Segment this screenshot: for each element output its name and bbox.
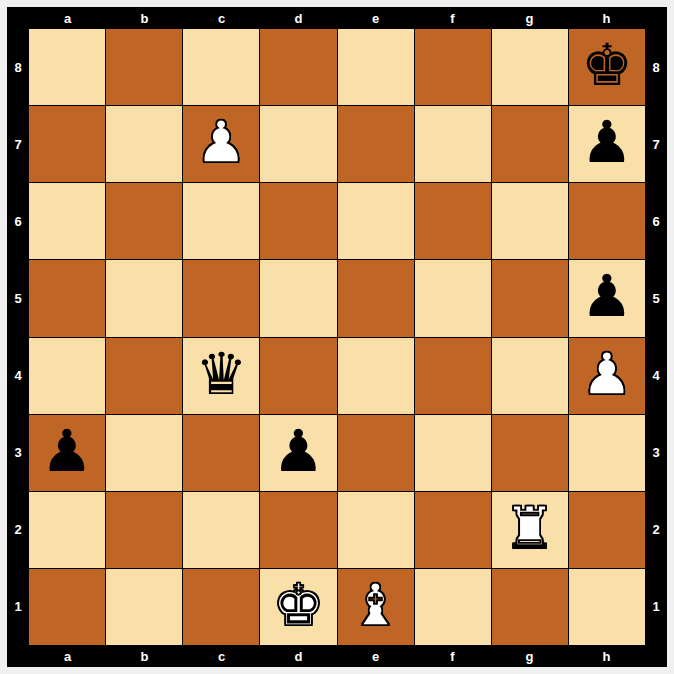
square-c4[interactable]: ♛ — [183, 338, 259, 414]
file-label-bottom-g: g — [491, 645, 568, 667]
file-label-top-b: b — [106, 7, 183, 29]
square-g5[interactable] — [492, 260, 568, 336]
file-label-top-c: c — [183, 7, 260, 29]
rank-labels-right: 87654321 — [645, 29, 667, 645]
square-a6[interactable] — [29, 183, 105, 259]
square-f2[interactable] — [415, 492, 491, 568]
square-e5[interactable] — [338, 260, 414, 336]
square-c6[interactable] — [183, 183, 259, 259]
square-d1[interactable]: ♚ — [260, 569, 336, 645]
file-label-top-h: h — [568, 7, 645, 29]
file-label-bottom-c: c — [183, 645, 260, 667]
square-g2[interactable]: ♜ — [492, 492, 568, 568]
file-label-top-g: g — [491, 7, 568, 29]
square-b2[interactable] — [106, 492, 182, 568]
file-label-top-e: e — [337, 7, 414, 29]
rank-labels-left: 87654321 — [7, 29, 29, 645]
black-king-h8[interactable]: ♚ — [581, 36, 633, 94]
file-label-bottom-a: a — [29, 645, 106, 667]
square-b6[interactable] — [106, 183, 182, 259]
black-pawn-h5[interactable]: ♟ — [581, 267, 633, 325]
square-c2[interactable] — [183, 492, 259, 568]
white-rook-g2[interactable]: ♜ — [504, 499, 556, 557]
square-h4[interactable]: ♟ — [569, 338, 645, 414]
square-h5[interactable]: ♟ — [569, 260, 645, 336]
square-h8[interactable]: ♚ — [569, 29, 645, 105]
square-c5[interactable] — [183, 260, 259, 336]
square-h6[interactable] — [569, 183, 645, 259]
rank-label-left-4: 4 — [7, 337, 29, 414]
rank-label-right-1: 1 — [645, 568, 667, 645]
square-d7[interactable] — [260, 106, 336, 182]
white-king-d1[interactable]: ♚ — [272, 576, 324, 634]
square-g8[interactable] — [492, 29, 568, 105]
square-g1[interactable] — [492, 569, 568, 645]
chess-board-frame: abcdefgh abcdefgh 87654321 87654321 ♚♟♟♟… — [7, 7, 667, 667]
square-d4[interactable] — [260, 338, 336, 414]
square-h2[interactable] — [569, 492, 645, 568]
square-b1[interactable] — [106, 569, 182, 645]
square-c8[interactable] — [183, 29, 259, 105]
file-label-bottom-d: d — [260, 645, 337, 667]
file-label-bottom-e: e — [337, 645, 414, 667]
rank-label-right-6: 6 — [645, 183, 667, 260]
square-f5[interactable] — [415, 260, 491, 336]
square-a1[interactable] — [29, 569, 105, 645]
square-a2[interactable] — [29, 492, 105, 568]
rank-label-left-6: 6 — [7, 183, 29, 260]
square-f6[interactable] — [415, 183, 491, 259]
square-e1[interactable]: ♝ — [338, 569, 414, 645]
file-label-bottom-b: b — [106, 645, 183, 667]
white-pawn-c7[interactable]: ♟ — [195, 113, 247, 171]
rank-label-left-5: 5 — [7, 260, 29, 337]
square-g4[interactable] — [492, 338, 568, 414]
file-label-top-f: f — [414, 7, 491, 29]
square-b8[interactable] — [106, 29, 182, 105]
square-f8[interactable] — [415, 29, 491, 105]
rank-label-left-1: 1 — [7, 568, 29, 645]
square-e6[interactable] — [338, 183, 414, 259]
square-a4[interactable] — [29, 338, 105, 414]
square-e2[interactable] — [338, 492, 414, 568]
square-f4[interactable] — [415, 338, 491, 414]
square-c1[interactable] — [183, 569, 259, 645]
square-f3[interactable] — [415, 415, 491, 491]
file-labels-top: abcdefgh — [29, 7, 645, 29]
rank-label-left-8: 8 — [7, 29, 29, 106]
white-bishop-e1[interactable]: ♝ — [350, 576, 402, 634]
square-e4[interactable] — [338, 338, 414, 414]
rank-label-right-7: 7 — [645, 106, 667, 183]
square-f1[interactable] — [415, 569, 491, 645]
square-f7[interactable] — [415, 106, 491, 182]
square-d3[interactable]: ♟ — [260, 415, 336, 491]
rank-label-right-5: 5 — [645, 260, 667, 337]
square-a5[interactable] — [29, 260, 105, 336]
square-d2[interactable] — [260, 492, 336, 568]
chess-board: ♚♟♟♟♛♟♟♟♜♚♝ — [29, 29, 645, 645]
black-queen-c4[interactable]: ♛ — [195, 345, 247, 403]
square-e7[interactable] — [338, 106, 414, 182]
square-c7[interactable]: ♟ — [183, 106, 259, 182]
square-h3[interactable] — [569, 415, 645, 491]
square-a8[interactable] — [29, 29, 105, 105]
rank-label-left-7: 7 — [7, 106, 29, 183]
rank-label-right-8: 8 — [645, 29, 667, 106]
square-d8[interactable] — [260, 29, 336, 105]
black-pawn-a3[interactable]: ♟ — [41, 422, 93, 480]
file-label-bottom-f: f — [414, 645, 491, 667]
square-e3[interactable] — [338, 415, 414, 491]
file-label-top-a: a — [29, 7, 106, 29]
rank-label-left-2: 2 — [7, 491, 29, 568]
square-c3[interactable] — [183, 415, 259, 491]
square-b3[interactable] — [106, 415, 182, 491]
square-a3[interactable]: ♟ — [29, 415, 105, 491]
square-e8[interactable] — [338, 29, 414, 105]
file-label-top-d: d — [260, 7, 337, 29]
square-g3[interactable] — [492, 415, 568, 491]
rank-label-right-2: 2 — [645, 491, 667, 568]
square-b4[interactable] — [106, 338, 182, 414]
rank-label-right-4: 4 — [645, 337, 667, 414]
square-b5[interactable] — [106, 260, 182, 336]
square-d6[interactable] — [260, 183, 336, 259]
rank-label-left-3: 3 — [7, 414, 29, 491]
black-pawn-h7[interactable]: ♟ — [581, 113, 633, 171]
square-g7[interactable] — [492, 106, 568, 182]
white-pawn-h4[interactable]: ♟ — [581, 345, 633, 403]
square-d5[interactable] — [260, 260, 336, 336]
black-pawn-d3[interactable]: ♟ — [272, 422, 324, 480]
square-a7[interactable] — [29, 106, 105, 182]
square-b7[interactable] — [106, 106, 182, 182]
rank-label-right-3: 3 — [645, 414, 667, 491]
square-h7[interactable]: ♟ — [569, 106, 645, 182]
square-g6[interactable] — [492, 183, 568, 259]
file-label-bottom-h: h — [568, 645, 645, 667]
square-h1[interactable] — [569, 569, 645, 645]
file-labels-bottom: abcdefgh — [29, 645, 645, 667]
